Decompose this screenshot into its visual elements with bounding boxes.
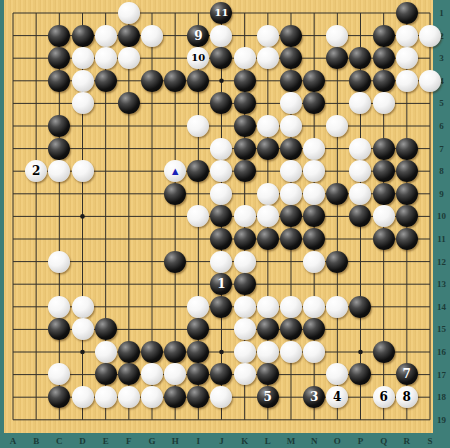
black-stone-C2 — [48, 25, 70, 47]
white-stone-R2 — [396, 25, 418, 47]
white-stone-L3 — [257, 47, 279, 69]
black-stone-H12 — [164, 251, 186, 273]
white-stone-N9 — [303, 183, 325, 205]
white-stone-D8 — [72, 160, 94, 182]
white-stone-L14 — [257, 296, 279, 318]
black-stone-I18 — [187, 386, 209, 408]
black-stone-C3 — [48, 47, 70, 69]
black-stone-R9 — [396, 183, 418, 205]
black-stone-K5 — [234, 92, 256, 114]
black-stone-O3 — [326, 47, 348, 69]
white-stone-O17 — [326, 363, 348, 385]
black-stone-F5 — [118, 92, 140, 114]
white-stone-E2 — [95, 25, 117, 47]
black-stone-C15 — [48, 318, 70, 340]
black-stone-J10 — [210, 205, 232, 227]
white-stone-S4 — [419, 70, 441, 92]
move-number-11: 11 — [215, 8, 229, 18]
triangle-mark-icon: ▲ — [170, 166, 181, 177]
white-stone-O14 — [326, 296, 348, 318]
white-stone-S2 — [419, 25, 441, 47]
black-stone-M10 — [280, 205, 302, 227]
black-stone-F17 — [118, 363, 140, 385]
black-stone-R17: 7 — [396, 363, 418, 385]
column-label-O: O — [331, 436, 343, 446]
black-stone-K8 — [234, 160, 256, 182]
white-stone-G18 — [141, 386, 163, 408]
black-stone-N4 — [303, 70, 325, 92]
white-stone-L2 — [257, 25, 279, 47]
white-stone-L10 — [257, 205, 279, 227]
white-stone-R18: 8 — [396, 386, 418, 408]
white-stone-J2 — [210, 25, 232, 47]
black-stone-R1 — [396, 2, 418, 24]
black-stone-K4 — [234, 70, 256, 92]
white-stone-M9 — [280, 183, 302, 205]
white-stone-E16 — [95, 341, 117, 363]
move-number-6: 6 — [379, 391, 387, 403]
white-stone-H8: ▲ — [164, 160, 186, 182]
move-number-2: 2 — [32, 165, 40, 177]
white-stone-I14 — [187, 296, 209, 318]
black-stone-C4 — [48, 70, 70, 92]
white-stone-Q10 — [373, 205, 395, 227]
black-stone-J14 — [210, 296, 232, 318]
move-number-9: 9 — [194, 30, 202, 42]
white-stone-E18 — [95, 386, 117, 408]
white-stone-R3 — [396, 47, 418, 69]
white-stone-K16 — [234, 341, 256, 363]
black-stone-M2 — [280, 25, 302, 47]
black-stone-O9 — [326, 183, 348, 205]
white-stone-O6 — [326, 115, 348, 137]
black-stone-M7 — [280, 138, 302, 160]
column-label-L: L — [262, 436, 274, 446]
black-stone-I2: 9 — [187, 25, 209, 47]
white-stone-I3: 10 — [187, 47, 209, 69]
black-stone-D2 — [72, 25, 94, 47]
black-stone-I8 — [187, 160, 209, 182]
column-label-E: E — [100, 436, 112, 446]
white-stone-M5 — [280, 92, 302, 114]
black-stone-M11 — [280, 228, 302, 250]
black-stone-R10 — [396, 205, 418, 227]
black-stone-Q8 — [373, 160, 395, 182]
column-label-G: G — [146, 436, 158, 446]
black-stone-J3 — [210, 47, 232, 69]
black-stone-J17 — [210, 363, 232, 385]
column-label-A: A — [7, 436, 19, 446]
black-stone-Q3 — [373, 47, 395, 69]
white-stone-C14 — [48, 296, 70, 318]
black-stone-K7 — [234, 138, 256, 160]
black-stone-P3 — [349, 47, 371, 69]
black-stone-K11 — [234, 228, 256, 250]
white-stone-D18 — [72, 386, 94, 408]
black-stone-Q11 — [373, 228, 395, 250]
black-stone-R7 — [396, 138, 418, 160]
black-stone-C7 — [48, 138, 70, 160]
black-stone-N15 — [303, 318, 325, 340]
black-stone-P17 — [349, 363, 371, 385]
white-stone-J8 — [210, 160, 232, 182]
white-stone-M6 — [280, 115, 302, 137]
black-stone-M15 — [280, 318, 302, 340]
black-stone-H4 — [164, 70, 186, 92]
white-stone-N14 — [303, 296, 325, 318]
column-label-R: R — [401, 436, 413, 446]
white-stone-P8 — [349, 160, 371, 182]
black-stone-P14 — [349, 296, 371, 318]
black-stone-N5 — [303, 92, 325, 114]
black-stone-Q7 — [373, 138, 395, 160]
white-stone-N12 — [303, 251, 325, 273]
go-game-diagram: 119102▲1753468 ABCDEFGHIJKLMNOPQRS123456… — [0, 0, 450, 448]
black-stone-G16 — [141, 341, 163, 363]
move-number-1: 1 — [217, 278, 225, 290]
move-number-10: 10 — [191, 53, 205, 63]
black-stone-C18 — [48, 386, 70, 408]
white-stone-B8: 2 — [25, 160, 47, 182]
column-label-P: P — [355, 436, 367, 446]
white-stone-R4 — [396, 70, 418, 92]
black-stone-E4 — [95, 70, 117, 92]
black-stone-H16 — [164, 341, 186, 363]
column-label-S: S — [424, 436, 436, 446]
column-label-K: K — [239, 436, 251, 446]
column-label-D: D — [77, 436, 89, 446]
white-stone-L16 — [257, 341, 279, 363]
white-stone-D15 — [72, 318, 94, 340]
white-stone-H17 — [164, 363, 186, 385]
move-number-4: 4 — [333, 391, 341, 403]
black-stone-I16 — [187, 341, 209, 363]
column-label-N: N — [308, 436, 320, 446]
white-stone-M14 — [280, 296, 302, 318]
white-stone-L9 — [257, 183, 279, 205]
black-stone-Q2 — [373, 25, 395, 47]
white-stone-K10 — [234, 205, 256, 227]
black-stone-C6 — [48, 115, 70, 137]
black-stone-G4 — [141, 70, 163, 92]
white-stone-D3 — [72, 47, 94, 69]
black-stone-I4 — [187, 70, 209, 92]
white-stone-G2 — [141, 25, 163, 47]
black-stone-K6 — [234, 115, 256, 137]
white-stone-J9 — [210, 183, 232, 205]
white-stone-N7 — [303, 138, 325, 160]
column-label-H: H — [169, 436, 181, 446]
column-label-F: F — [123, 436, 135, 446]
black-stone-Q4 — [373, 70, 395, 92]
white-stone-J12 — [210, 251, 232, 273]
white-stone-J18 — [210, 386, 232, 408]
black-stone-N11 — [303, 228, 325, 250]
white-stone-M16 — [280, 341, 302, 363]
white-stone-O18: 4 — [326, 386, 348, 408]
white-stone-K3 — [234, 47, 256, 69]
column-label-C: C — [53, 436, 65, 446]
move-number-8: 8 — [403, 391, 411, 403]
black-stone-K13 — [234, 273, 256, 295]
column-label-J: J — [216, 436, 228, 446]
white-stone-K14 — [234, 296, 256, 318]
black-stone-J13: 1 — [210, 273, 232, 295]
white-stone-P7 — [349, 138, 371, 160]
white-stone-O2 — [326, 25, 348, 47]
white-stone-N8 — [303, 160, 325, 182]
white-stone-Q18: 6 — [373, 386, 395, 408]
black-stone-I15 — [187, 318, 209, 340]
black-stone-J1: 11 — [210, 2, 232, 24]
black-stone-Q9 — [373, 183, 395, 205]
white-stone-K12 — [234, 251, 256, 273]
black-stone-L7 — [257, 138, 279, 160]
black-stone-J5 — [210, 92, 232, 114]
white-stone-C8 — [48, 160, 70, 182]
column-label-M: M — [285, 436, 297, 446]
white-stone-L6 — [257, 115, 279, 137]
white-stone-P9 — [349, 183, 371, 205]
column-label-I: I — [192, 436, 204, 446]
black-stone-R11 — [396, 228, 418, 250]
black-stone-E17 — [95, 363, 117, 385]
column-label-Q: Q — [378, 436, 390, 446]
white-stone-D5 — [72, 92, 94, 114]
white-stone-Q5 — [373, 92, 395, 114]
white-stone-K17 — [234, 363, 256, 385]
black-stone-M3 — [280, 47, 302, 69]
black-stone-L18: 5 — [257, 386, 279, 408]
black-stone-Q16 — [373, 341, 395, 363]
white-stone-K15 — [234, 318, 256, 340]
white-stone-I10 — [187, 205, 209, 227]
black-stone-J11 — [210, 228, 232, 250]
black-stone-O12 — [326, 251, 348, 273]
white-stone-D4 — [72, 70, 94, 92]
move-number-3: 3 — [310, 391, 318, 403]
white-stone-G17 — [141, 363, 163, 385]
white-stone-C17 — [48, 363, 70, 385]
white-stone-D14 — [72, 296, 94, 318]
white-stone-C12 — [48, 251, 70, 273]
black-stone-P10 — [349, 205, 371, 227]
black-stone-P4 — [349, 70, 371, 92]
black-stone-F16 — [118, 341, 140, 363]
black-stone-H18 — [164, 386, 186, 408]
black-stone-H9 — [164, 183, 186, 205]
white-stone-P5 — [349, 92, 371, 114]
white-stone-I6 — [187, 115, 209, 137]
black-stone-F2 — [118, 25, 140, 47]
white-stone-J7 — [210, 138, 232, 160]
black-stone-N10 — [303, 205, 325, 227]
white-stone-F18 — [118, 386, 140, 408]
black-stone-E15 — [95, 318, 117, 340]
move-number-7: 7 — [403, 368, 411, 380]
black-stone-N18: 3 — [303, 386, 325, 408]
black-stone-M4 — [280, 70, 302, 92]
white-stone-N16 — [303, 341, 325, 363]
white-stone-F3 — [118, 47, 140, 69]
black-stone-R8 — [396, 160, 418, 182]
black-stone-L17 — [257, 363, 279, 385]
column-label-B: B — [30, 436, 42, 446]
white-stone-F1 — [118, 2, 140, 24]
white-stone-M8 — [280, 160, 302, 182]
go-board-grid[interactable]: 119102▲1753468 — [2, 2, 442, 431]
move-number-5: 5 — [264, 391, 272, 403]
black-stone-L15 — [257, 318, 279, 340]
white-stone-E3 — [95, 47, 117, 69]
black-stone-L11 — [257, 228, 279, 250]
black-stone-I17 — [187, 363, 209, 385]
